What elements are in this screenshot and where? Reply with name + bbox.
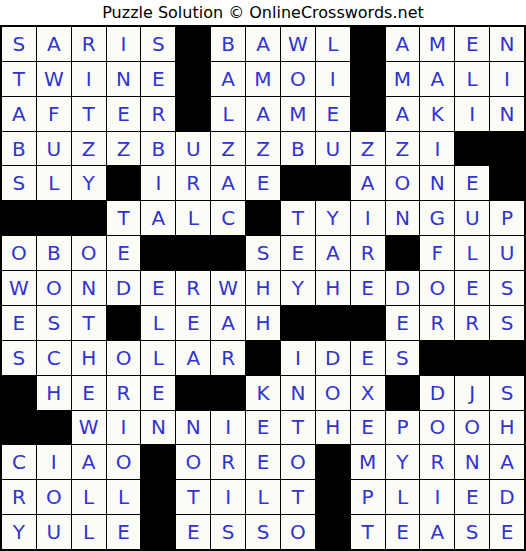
cell-r11c10: O <box>316 376 350 410</box>
cell-r15c8: S <box>246 515 280 549</box>
cell-r2c7: A <box>211 62 245 96</box>
cell-r10c11: E <box>351 341 385 375</box>
cell-r13c2: I <box>37 445 71 479</box>
cell-r1c3: R <box>72 27 106 61</box>
cell-r3c4: E <box>107 97 141 131</box>
block-r2c11 <box>351 62 385 96</box>
cell-r15c3: L <box>72 515 106 549</box>
cell-r15c6: E <box>176 515 210 549</box>
cell-r8c7: W <box>211 271 245 305</box>
cell-r15c13: A <box>420 515 454 549</box>
cell-r1c5: S <box>141 27 175 61</box>
block-r4c15 <box>490 132 524 166</box>
cell-r1c9: W <box>281 27 315 61</box>
cell-r5c13: N <box>420 166 454 200</box>
cell-r9c14: R <box>455 306 489 340</box>
cell-r11c5: E <box>141 376 175 410</box>
cell-r8c1: W <box>2 271 36 305</box>
cell-r5c3: Y <box>72 166 106 200</box>
cell-r1c2: A <box>37 27 71 61</box>
cell-r6c15: P <box>490 201 524 235</box>
cell-r7c8: S <box>246 236 280 270</box>
cell-r4c3: Z <box>72 132 106 166</box>
block-r13c5 <box>141 445 175 479</box>
cell-r12c13: O <box>420 411 454 445</box>
cell-r14c4: L <box>107 480 141 514</box>
cell-r3c7: L <box>211 97 245 131</box>
block-r9c11 <box>351 306 385 340</box>
cell-r3c15: N <box>490 97 524 131</box>
cell-r1c10: L <box>316 27 350 61</box>
page-title: Puzzle Solution © OnlineCrosswords.net <box>0 0 526 25</box>
cell-r9c5: L <box>141 306 175 340</box>
cell-r1c8: A <box>246 27 280 61</box>
cell-r14c7: I <box>211 480 245 514</box>
cell-r8c11: E <box>351 271 385 305</box>
cell-r4c6: U <box>176 132 210 166</box>
cell-r13c8: E <box>246 445 280 479</box>
cell-r7c1: O <box>2 236 36 270</box>
cell-r6c9: T <box>281 201 315 235</box>
cell-r4c1: B <box>2 132 36 166</box>
block-r11c1 <box>2 376 36 410</box>
cell-r13c4: O <box>107 445 141 479</box>
cell-r3c2: F <box>37 97 71 131</box>
cell-r7c4: E <box>107 236 141 270</box>
cell-r5c8: E <box>246 166 280 200</box>
cell-r13c9: O <box>281 445 315 479</box>
cell-r4c11: Z <box>351 132 385 166</box>
cell-r10c12: S <box>386 341 420 375</box>
cell-r2c3: I <box>72 62 106 96</box>
cell-r2c13: A <box>420 62 454 96</box>
cell-r2c5: E <box>141 62 175 96</box>
cell-r10c2: C <box>37 341 71 375</box>
cell-r1c15: N <box>490 27 524 61</box>
cell-r8c8: H <box>246 271 280 305</box>
cell-r4c13: I <box>420 132 454 166</box>
cell-r13c14: N <box>455 445 489 479</box>
cell-r1c4: I <box>107 27 141 61</box>
crossword-board: SARISBAWLAMENTWINEAMOIMALIAFTERLAMEAKINB… <box>0 25 526 551</box>
cell-r8c13: O <box>420 271 454 305</box>
cell-r14c2: O <box>37 480 71 514</box>
block-r5c9 <box>281 166 315 200</box>
block-r4c14 <box>455 132 489 166</box>
cell-r11c13: D <box>420 376 454 410</box>
cell-r9c12: E <box>386 306 420 340</box>
cell-r8c5: E <box>141 271 175 305</box>
cell-r4c8: Z <box>246 132 280 166</box>
block-r1c6 <box>176 27 210 61</box>
cell-r11c2: H <box>37 376 71 410</box>
cell-r14c14: E <box>455 480 489 514</box>
cell-r14c9: T <box>281 480 315 514</box>
cell-r8c12: D <box>386 271 420 305</box>
cell-r15c12: E <box>386 515 420 549</box>
cell-r10c7: R <box>211 341 245 375</box>
cell-r11c15: S <box>490 376 524 410</box>
cell-r15c15: E <box>490 515 524 549</box>
cell-r15c1: Y <box>2 515 36 549</box>
cell-r3c1: A <box>2 97 36 131</box>
block-r7c5 <box>141 236 175 270</box>
cell-r6c12: N <box>386 201 420 235</box>
cell-r11c8: K <box>246 376 280 410</box>
cell-r3c9: M <box>281 97 315 131</box>
cell-r13c3: A <box>72 445 106 479</box>
cell-r11c11: X <box>351 376 385 410</box>
cell-r15c4: E <box>107 515 141 549</box>
cell-r2c2: W <box>37 62 71 96</box>
cell-r15c9: O <box>281 515 315 549</box>
cell-r4c4: Z <box>107 132 141 166</box>
cell-r9c13: R <box>420 306 454 340</box>
cell-r14c12: L <box>386 480 420 514</box>
cell-r10c3: H <box>72 341 106 375</box>
block-r9c4 <box>107 306 141 340</box>
cell-r12c12: P <box>386 411 420 445</box>
cell-r9c8: H <box>246 306 280 340</box>
cell-r13c13: R <box>420 445 454 479</box>
cell-r9c6: E <box>176 306 210 340</box>
cell-r5c7: A <box>211 166 245 200</box>
block-r6c1 <box>2 201 36 235</box>
cell-r6c10: Y <box>316 201 350 235</box>
block-r7c6 <box>176 236 210 270</box>
cell-r3c3: T <box>72 97 106 131</box>
cell-r15c11: T <box>351 515 385 549</box>
cell-r10c9: I <box>281 341 315 375</box>
cell-r4c7: Z <box>211 132 245 166</box>
cell-r15c2: U <box>37 515 71 549</box>
cell-r2c9: O <box>281 62 315 96</box>
block-r9c10 <box>316 306 350 340</box>
cell-r9c3: T <box>72 306 106 340</box>
cell-r13c15: A <box>490 445 524 479</box>
cell-r14c15: D <box>490 480 524 514</box>
cell-r1c13: M <box>420 27 454 61</box>
block-r5c10 <box>316 166 350 200</box>
block-r10c13 <box>420 341 454 375</box>
cell-r3c8: A <box>246 97 280 131</box>
cell-r12c15: H <box>490 411 524 445</box>
block-r2c6 <box>176 62 210 96</box>
block-r10c15 <box>490 341 524 375</box>
cell-r8c4: D <box>107 271 141 305</box>
block-r3c11 <box>351 97 385 131</box>
cell-r8c2: O <box>37 271 71 305</box>
cell-r12c14: O <box>455 411 489 445</box>
block-r7c12 <box>386 236 420 270</box>
cell-r4c12: Z <box>386 132 420 166</box>
cell-r11c4: R <box>107 376 141 410</box>
cell-r13c1: C <box>2 445 36 479</box>
cell-r12c8: E <box>246 411 280 445</box>
cell-r11c3: E <box>72 376 106 410</box>
cell-r12c10: H <box>316 411 350 445</box>
block-r14c10 <box>316 480 350 514</box>
cell-r8c3: N <box>72 271 106 305</box>
block-r14c5 <box>141 480 175 514</box>
block-r6c8 <box>246 201 280 235</box>
cell-r10c10: D <box>316 341 350 375</box>
block-r10c8 <box>246 341 280 375</box>
cell-r14c8: L <box>246 480 280 514</box>
block-r12c1 <box>2 411 36 445</box>
cell-r9c1: E <box>2 306 36 340</box>
cell-r6c6: L <box>176 201 210 235</box>
block-r11c12 <box>386 376 420 410</box>
block-r5c15 <box>490 166 524 200</box>
cell-r6c14: U <box>455 201 489 235</box>
cell-r14c3: L <box>72 480 106 514</box>
cell-r15c7: S <box>211 515 245 549</box>
cell-r1c1: S <box>2 27 36 61</box>
block-r7c7 <box>211 236 245 270</box>
cell-r5c6: R <box>176 166 210 200</box>
cell-r3c10: E <box>316 97 350 131</box>
cell-r15c14: S <box>455 515 489 549</box>
cell-r7c15: U <box>490 236 524 270</box>
cell-r5c14: E <box>455 166 489 200</box>
cell-r6c4: T <box>107 201 141 235</box>
cell-r11c9: N <box>281 376 315 410</box>
block-r12c2 <box>37 411 71 445</box>
cell-r10c5: L <box>141 341 175 375</box>
cell-r7c3: O <box>72 236 106 270</box>
block-r11c7 <box>211 376 245 410</box>
cell-r3c14: I <box>455 97 489 131</box>
cell-r1c12: A <box>386 27 420 61</box>
cell-r9c7: A <box>211 306 245 340</box>
cell-r2c4: N <box>107 62 141 96</box>
cell-r2c10: I <box>316 62 350 96</box>
cell-r4c2: U <box>37 132 71 166</box>
block-r1c11 <box>351 27 385 61</box>
cell-r7c13: F <box>420 236 454 270</box>
cell-r2c15: I <box>490 62 524 96</box>
cell-r7c14: L <box>455 236 489 270</box>
block-r6c2 <box>37 201 71 235</box>
cell-r4c10: U <box>316 132 350 166</box>
cell-r8c10: H <box>316 271 350 305</box>
cell-r12c7: I <box>211 411 245 445</box>
cell-r12c6: N <box>176 411 210 445</box>
cell-r7c11: R <box>351 236 385 270</box>
block-r15c5 <box>141 515 175 549</box>
block-r10c14 <box>455 341 489 375</box>
cell-r3c12: A <box>386 97 420 131</box>
cell-r5c2: L <box>37 166 71 200</box>
cell-r13c6: O <box>176 445 210 479</box>
cell-r6c13: G <box>420 201 454 235</box>
cell-r6c5: A <box>141 201 175 235</box>
cell-r3c5: R <box>141 97 175 131</box>
cell-r1c7: B <box>211 27 245 61</box>
cell-r5c11: A <box>351 166 385 200</box>
cell-r8c9: Y <box>281 271 315 305</box>
cell-r8c6: R <box>176 271 210 305</box>
block-r5c4 <box>107 166 141 200</box>
cell-r6c7: C <box>211 201 245 235</box>
cell-r9c2: S <box>37 306 71 340</box>
cell-r7c2: B <box>37 236 71 270</box>
block-r9c9 <box>281 306 315 340</box>
block-r13c10 <box>316 445 350 479</box>
cell-r14c6: T <box>176 480 210 514</box>
cell-r2c8: M <box>246 62 280 96</box>
cell-r14c11: P <box>351 480 385 514</box>
cell-r13c12: Y <box>386 445 420 479</box>
crossword-grid: SARISBAWLAMENTWINEAMOIMALIAFTERLAMEAKINB… <box>0 25 526 551</box>
cell-r14c1: R <box>2 480 36 514</box>
cell-r3c13: K <box>420 97 454 131</box>
cell-r10c6: A <box>176 341 210 375</box>
cell-r13c11: M <box>351 445 385 479</box>
cell-r10c1: S <box>2 341 36 375</box>
cell-r9c15: S <box>490 306 524 340</box>
block-r11c6 <box>176 376 210 410</box>
cell-r10c4: O <box>107 341 141 375</box>
cell-r1c14: E <box>455 27 489 61</box>
cell-r5c1: S <box>2 166 36 200</box>
cell-r8c15: S <box>490 271 524 305</box>
cell-r13c7: R <box>211 445 245 479</box>
cell-r7c9: E <box>281 236 315 270</box>
cell-r12c5: N <box>141 411 175 445</box>
cell-r4c5: B <box>141 132 175 166</box>
cell-r4c9: B <box>281 132 315 166</box>
cell-r6c11: I <box>351 201 385 235</box>
cell-r7c10: A <box>316 236 350 270</box>
cell-r8c14: E <box>455 271 489 305</box>
cell-r12c3: W <box>72 411 106 445</box>
cell-r2c1: T <box>2 62 36 96</box>
cell-r12c9: T <box>281 411 315 445</box>
block-r3c6 <box>176 97 210 131</box>
cell-r2c12: M <box>386 62 420 96</box>
cell-r14c13: I <box>420 480 454 514</box>
block-r15c10 <box>316 515 350 549</box>
cell-r5c5: I <box>141 166 175 200</box>
cell-r12c11: E <box>351 411 385 445</box>
cell-r12c4: I <box>107 411 141 445</box>
cell-r2c14: L <box>455 62 489 96</box>
block-r6c3 <box>72 201 106 235</box>
cell-r11c14: J <box>455 376 489 410</box>
cell-r5c12: O <box>386 166 420 200</box>
